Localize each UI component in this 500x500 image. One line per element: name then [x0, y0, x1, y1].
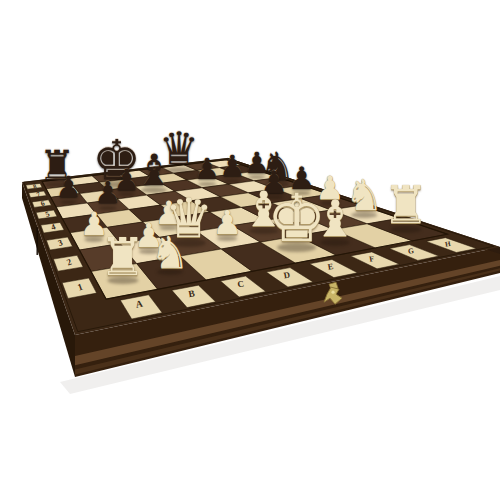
pawn-glyph: ♟: [194, 156, 220, 184]
piece-shadow: [198, 182, 216, 186]
scene: ABCDEFGH12345678 ♛♟♟♟♞♜♚♝♟♟♟♟♟♟♞♟♟♜♝♟♟♝♛…: [0, 0, 500, 500]
pawn-glyph: ♟: [94, 179, 121, 208]
white-rook-h1[interactable]: ♜: [366, 179, 446, 231]
rook-glyph: ♜: [382, 181, 429, 230]
king-glyph: ♚: [267, 188, 326, 251]
chess-board[interactable]: ABCDEFGH12345678: [0, 0, 500, 500]
rook-glyph: ♜: [99, 233, 146, 282]
white-rook-a1[interactable]: ♜: [83, 230, 163, 282]
piece-shadow: [277, 243, 317, 252]
white-king-e1[interactable]: ♚: [257, 184, 337, 250]
